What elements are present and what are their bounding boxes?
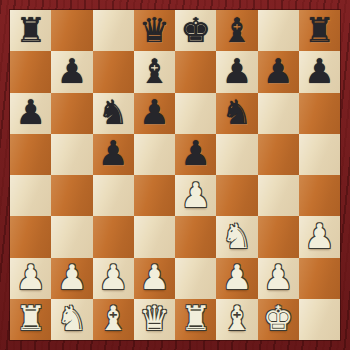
square-f5[interactable]	[216, 134, 257, 175]
square-b7[interactable]: ♟	[51, 51, 92, 92]
white-bishop-piece: ♝	[98, 301, 128, 335]
square-d3[interactable]	[134, 216, 175, 257]
square-d4[interactable]	[134, 175, 175, 216]
square-a4[interactable]	[10, 175, 51, 216]
square-e5[interactable]: ♟	[175, 134, 216, 175]
square-c1[interactable]: ♝	[93, 299, 134, 340]
square-g4[interactable]	[258, 175, 299, 216]
square-d8[interactable]: ♛	[134, 10, 175, 51]
square-a7[interactable]	[10, 51, 51, 92]
square-a5[interactable]	[10, 134, 51, 175]
chess-board: ♜♛♚♝♜♟♝♟♟♟♟♞♟♞♟♟♟♞♟♟♟♟♟♟♟♜♞♝♛♜♝♚	[10, 10, 340, 340]
square-a2[interactable]: ♟	[10, 258, 51, 299]
square-b6[interactable]	[51, 93, 92, 134]
square-g1[interactable]: ♚	[258, 299, 299, 340]
black-king-piece: ♚	[180, 13, 210, 47]
square-h1[interactable]	[299, 299, 340, 340]
black-knight-piece: ♞	[98, 95, 128, 129]
square-g5[interactable]	[258, 134, 299, 175]
square-h3[interactable]: ♟	[299, 216, 340, 257]
square-e6[interactable]	[175, 93, 216, 134]
square-h2[interactable]	[299, 258, 340, 299]
square-a3[interactable]	[10, 216, 51, 257]
square-c7[interactable]	[93, 51, 134, 92]
black-pawn-piece: ♟	[15, 95, 45, 129]
square-e1[interactable]: ♜	[175, 299, 216, 340]
white-pawn-piece: ♟	[57, 260, 87, 294]
square-g7[interactable]: ♟	[258, 51, 299, 92]
white-king-piece: ♚	[263, 301, 293, 335]
square-g6[interactable]	[258, 93, 299, 134]
square-c5[interactable]: ♟	[93, 134, 134, 175]
square-f2[interactable]: ♟	[216, 258, 257, 299]
square-b8[interactable]	[51, 10, 92, 51]
square-b4[interactable]	[51, 175, 92, 216]
square-h7[interactable]: ♟	[299, 51, 340, 92]
white-queen-piece: ♛	[139, 301, 169, 335]
square-c2[interactable]: ♟	[93, 258, 134, 299]
square-d2[interactable]: ♟	[134, 258, 175, 299]
white-pawn-piece: ♟	[139, 260, 169, 294]
square-d5[interactable]	[134, 134, 175, 175]
white-pawn-piece: ♟	[263, 260, 293, 294]
square-f6[interactable]: ♞	[216, 93, 257, 134]
square-e8[interactable]: ♚	[175, 10, 216, 51]
square-b5[interactable]	[51, 134, 92, 175]
white-knight-piece: ♞	[57, 301, 87, 335]
square-e7[interactable]	[175, 51, 216, 92]
square-a6[interactable]: ♟	[10, 93, 51, 134]
square-e3[interactable]	[175, 216, 216, 257]
square-e2[interactable]	[175, 258, 216, 299]
square-d1[interactable]: ♛	[134, 299, 175, 340]
white-pawn-piece: ♟	[304, 219, 334, 253]
black-bishop-piece: ♝	[139, 54, 169, 88]
square-h4[interactable]	[299, 175, 340, 216]
square-d6[interactable]: ♟	[134, 93, 175, 134]
white-pawn-piece: ♟	[180, 178, 210, 212]
square-f3[interactable]: ♞	[216, 216, 257, 257]
square-a8[interactable]: ♜	[10, 10, 51, 51]
black-rook-piece: ♜	[15, 13, 45, 47]
black-pawn-piece: ♟	[98, 136, 128, 170]
white-rook-piece: ♜	[180, 301, 210, 335]
white-pawn-piece: ♟	[222, 260, 252, 294]
board-frame: ♜♛♚♝♜♟♝♟♟♟♟♞♟♞♟♟♟♞♟♟♟♟♟♟♟♜♞♝♛♜♝♚	[0, 0, 350, 350]
square-h5[interactable]	[299, 134, 340, 175]
black-pawn-piece: ♟	[222, 54, 252, 88]
square-f4[interactable]	[216, 175, 257, 216]
black-rook-piece: ♜	[304, 13, 334, 47]
black-bishop-piece: ♝	[222, 13, 252, 47]
square-e4[interactable]: ♟	[175, 175, 216, 216]
black-pawn-piece: ♟	[139, 95, 169, 129]
square-c6[interactable]: ♞	[93, 93, 134, 134]
square-d7[interactable]: ♝	[134, 51, 175, 92]
square-f7[interactable]: ♟	[216, 51, 257, 92]
white-pawn-piece: ♟	[15, 260, 45, 294]
white-bishop-piece: ♝	[222, 301, 252, 335]
square-c3[interactable]	[93, 216, 134, 257]
square-c4[interactable]	[93, 175, 134, 216]
black-pawn-piece: ♟	[304, 54, 334, 88]
square-f1[interactable]: ♝	[216, 299, 257, 340]
square-g2[interactable]: ♟	[258, 258, 299, 299]
square-b1[interactable]: ♞	[51, 299, 92, 340]
square-h8[interactable]: ♜	[299, 10, 340, 51]
square-g3[interactable]	[258, 216, 299, 257]
square-b2[interactable]: ♟	[51, 258, 92, 299]
black-pawn-piece: ♟	[263, 54, 293, 88]
black-pawn-piece: ♟	[180, 136, 210, 170]
black-pawn-piece: ♟	[57, 54, 87, 88]
white-rook-piece: ♜	[15, 301, 45, 335]
square-c8[interactable]	[93, 10, 134, 51]
square-h6[interactable]	[299, 93, 340, 134]
square-b3[interactable]	[51, 216, 92, 257]
white-pawn-piece: ♟	[98, 260, 128, 294]
white-knight-piece: ♞	[222, 219, 252, 253]
square-a1[interactable]: ♜	[10, 299, 51, 340]
square-g8[interactable]	[258, 10, 299, 51]
square-f8[interactable]: ♝	[216, 10, 257, 51]
black-knight-piece: ♞	[222, 95, 252, 129]
black-queen-piece: ♛	[139, 13, 169, 47]
